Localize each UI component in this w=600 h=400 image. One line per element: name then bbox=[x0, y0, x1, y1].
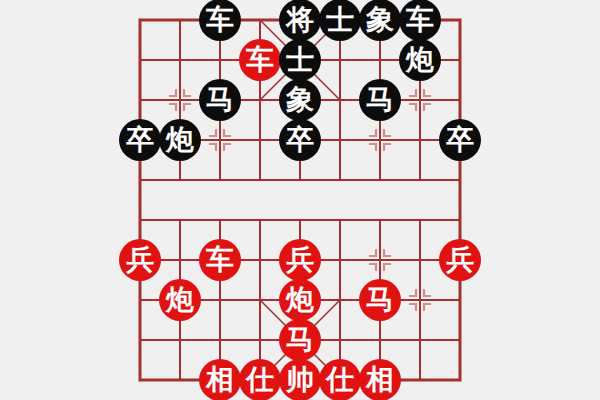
position-marker bbox=[184, 104, 191, 111]
position-marker bbox=[409, 304, 416, 311]
position-marker bbox=[369, 144, 376, 151]
position-marker bbox=[369, 264, 376, 271]
position-marker bbox=[224, 129, 231, 136]
piece-red-cannon[interactable]: 炮 bbox=[279, 279, 321, 321]
position-marker bbox=[424, 304, 431, 311]
position-marker bbox=[369, 249, 376, 256]
piece-red-king[interactable]: 帅 bbox=[279, 359, 321, 400]
position-marker bbox=[169, 104, 176, 111]
position-marker bbox=[424, 89, 431, 96]
piece-black-chariot[interactable]: 车 bbox=[399, 0, 441, 41]
piece-red-soldier[interactable]: 兵 bbox=[119, 239, 161, 281]
position-marker bbox=[409, 104, 416, 111]
position-marker bbox=[369, 129, 376, 136]
piece-black-elephant[interactable]: 象 bbox=[279, 79, 321, 121]
piece-red-elephant[interactable]: 相 bbox=[199, 359, 241, 400]
piece-red-horse[interactable]: 马 bbox=[359, 279, 401, 321]
position-marker bbox=[409, 289, 416, 296]
piece-red-chariot[interactable]: 车 bbox=[199, 239, 241, 281]
xiangqi-board: 车将士象车车士炮马象马卒炮卒卒兵车兵兵炮炮马马相仕帅仕相 bbox=[0, 0, 600, 400]
piece-red-chariot[interactable]: 车 bbox=[239, 39, 281, 81]
piece-red-soldier[interactable]: 兵 bbox=[439, 239, 481, 281]
piece-black-advisor[interactable]: 士 bbox=[319, 0, 361, 41]
position-marker bbox=[209, 144, 216, 151]
piece-black-soldier[interactable]: 卒 bbox=[119, 119, 161, 161]
piece-black-cannon[interactable]: 炮 bbox=[159, 119, 201, 161]
position-marker bbox=[384, 144, 391, 151]
piece-black-elephant[interactable]: 象 bbox=[359, 0, 401, 41]
piece-red-horse[interactable]: 马 bbox=[279, 319, 321, 361]
piece-black-chariot[interactable]: 车 bbox=[199, 0, 241, 41]
position-marker bbox=[384, 129, 391, 136]
position-marker bbox=[209, 129, 216, 136]
piece-black-cannon[interactable]: 炮 bbox=[399, 39, 441, 81]
piece-red-advisor[interactable]: 仕 bbox=[239, 359, 281, 400]
piece-black-soldier[interactable]: 卒 bbox=[439, 119, 481, 161]
piece-black-horse[interactable]: 马 bbox=[359, 79, 401, 121]
piece-black-horse[interactable]: 马 bbox=[199, 79, 241, 121]
piece-red-advisor[interactable]: 仕 bbox=[319, 359, 361, 400]
piece-black-soldier[interactable]: 卒 bbox=[279, 119, 321, 161]
piece-red-elephant[interactable]: 相 bbox=[359, 359, 401, 400]
position-marker bbox=[169, 89, 176, 96]
piece-black-general[interactable]: 将 bbox=[279, 0, 321, 41]
position-marker bbox=[384, 264, 391, 271]
position-marker bbox=[424, 289, 431, 296]
position-marker bbox=[224, 144, 231, 151]
position-marker bbox=[409, 89, 416, 96]
piece-black-advisor[interactable]: 士 bbox=[279, 39, 321, 81]
position-marker bbox=[184, 89, 191, 96]
position-marker bbox=[424, 104, 431, 111]
piece-red-cannon[interactable]: 炮 bbox=[159, 279, 201, 321]
piece-red-soldier[interactable]: 兵 bbox=[279, 239, 321, 281]
position-marker bbox=[384, 249, 391, 256]
